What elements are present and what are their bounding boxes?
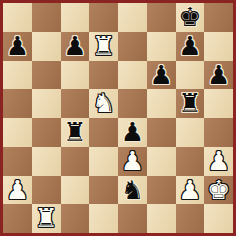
- square-b5[interactable]: [32, 89, 61, 118]
- square-d3[interactable]: [89, 147, 118, 176]
- square-f5[interactable]: [147, 89, 176, 118]
- square-b8[interactable]: [32, 3, 61, 32]
- piece-black-rook[interactable]: ♜: [178, 89, 201, 118]
- piece-black-pawn[interactable]: ♟: [149, 61, 172, 90]
- square-e4[interactable]: ♟: [118, 118, 147, 147]
- square-f7[interactable]: [147, 32, 176, 61]
- square-c4[interactable]: ♜: [61, 118, 90, 147]
- chess-board: ♚♟♟♜♟♟♟♞♜♜♟♟♟♟♞♟♚♜: [3, 3, 233, 233]
- square-c2[interactable]: [61, 176, 90, 205]
- square-h4[interactable]: [204, 118, 233, 147]
- square-c7[interactable]: ♟: [61, 32, 90, 61]
- square-h6[interactable]: ♟: [204, 61, 233, 90]
- square-b1[interactable]: ♜: [32, 204, 61, 233]
- square-h1[interactable]: [204, 204, 233, 233]
- square-g6[interactable]: [176, 61, 205, 90]
- square-g2[interactable]: ♟: [176, 176, 205, 205]
- square-a1[interactable]: [3, 204, 32, 233]
- piece-black-pawn[interactable]: ♟: [207, 61, 230, 90]
- piece-black-pawn[interactable]: ♟: [178, 32, 201, 61]
- piece-black-rook[interactable]: ♜: [63, 118, 86, 147]
- square-h7[interactable]: [204, 32, 233, 61]
- square-g3[interactable]: [176, 147, 205, 176]
- square-f8[interactable]: [147, 3, 176, 32]
- square-a3[interactable]: [3, 147, 32, 176]
- square-c3[interactable]: [61, 147, 90, 176]
- square-h2[interactable]: ♚: [204, 176, 233, 205]
- square-b7[interactable]: [32, 32, 61, 61]
- square-g4[interactable]: [176, 118, 205, 147]
- square-e3[interactable]: ♟: [118, 147, 147, 176]
- square-h5[interactable]: [204, 89, 233, 118]
- piece-white-pawn[interactable]: ♟: [178, 176, 201, 205]
- square-b2[interactable]: [32, 176, 61, 205]
- piece-black-knight[interactable]: ♞: [121, 176, 144, 205]
- piece-white-knight[interactable]: ♞: [92, 89, 115, 118]
- square-a4[interactable]: [3, 118, 32, 147]
- square-c5[interactable]: [61, 89, 90, 118]
- piece-white-rook[interactable]: ♜: [34, 204, 57, 233]
- square-b4[interactable]: [32, 118, 61, 147]
- square-f2[interactable]: [147, 176, 176, 205]
- square-a2[interactable]: ♟: [3, 176, 32, 205]
- square-g5[interactable]: ♜: [176, 89, 205, 118]
- piece-black-pawn[interactable]: ♟: [63, 32, 86, 61]
- square-a5[interactable]: [3, 89, 32, 118]
- square-a7[interactable]: ♟: [3, 32, 32, 61]
- piece-black-pawn[interactable]: ♟: [121, 118, 144, 147]
- piece-white-pawn[interactable]: ♟: [6, 176, 29, 205]
- square-d2[interactable]: [89, 176, 118, 205]
- square-f6[interactable]: ♟: [147, 61, 176, 90]
- square-g7[interactable]: ♟: [176, 32, 205, 61]
- square-d1[interactable]: [89, 204, 118, 233]
- piece-white-pawn[interactable]: ♟: [121, 147, 144, 176]
- square-f4[interactable]: [147, 118, 176, 147]
- piece-white-pawn[interactable]: ♟: [207, 147, 230, 176]
- square-h3[interactable]: ♟: [204, 147, 233, 176]
- square-d6[interactable]: [89, 61, 118, 90]
- square-e1[interactable]: [118, 204, 147, 233]
- square-g8[interactable]: ♚: [176, 3, 205, 32]
- square-d7[interactable]: ♜: [89, 32, 118, 61]
- square-g1[interactable]: [176, 204, 205, 233]
- board-frame: ♚♟♟♜♟♟♟♞♜♜♟♟♟♟♞♟♚♜: [0, 0, 236, 236]
- square-f3[interactable]: [147, 147, 176, 176]
- piece-black-king[interactable]: ♚: [178, 3, 201, 32]
- square-c1[interactable]: [61, 204, 90, 233]
- square-f1[interactable]: [147, 204, 176, 233]
- square-a8[interactable]: [3, 3, 32, 32]
- square-d8[interactable]: [89, 3, 118, 32]
- square-d4[interactable]: [89, 118, 118, 147]
- square-e8[interactable]: [118, 3, 147, 32]
- square-b3[interactable]: [32, 147, 61, 176]
- square-c8[interactable]: [61, 3, 90, 32]
- square-b6[interactable]: [32, 61, 61, 90]
- square-c6[interactable]: [61, 61, 90, 90]
- piece-white-king[interactable]: ♚: [207, 176, 230, 205]
- square-e6[interactable]: [118, 61, 147, 90]
- piece-black-pawn[interactable]: ♟: [6, 32, 29, 61]
- square-a6[interactable]: [3, 61, 32, 90]
- piece-white-rook[interactable]: ♜: [92, 32, 115, 61]
- square-d5[interactable]: ♞: [89, 89, 118, 118]
- square-e5[interactable]: [118, 89, 147, 118]
- square-e7[interactable]: [118, 32, 147, 61]
- square-h8[interactable]: [204, 3, 233, 32]
- square-e2[interactable]: ♞: [118, 176, 147, 205]
